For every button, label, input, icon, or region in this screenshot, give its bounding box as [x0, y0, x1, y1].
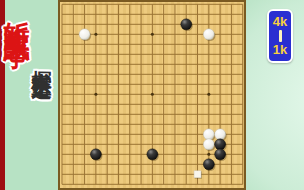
stone-white [203, 139, 214, 150]
stone-black [90, 149, 101, 160]
star-point [207, 93, 210, 96]
go-board [58, 0, 246, 190]
rank-top-label: 4k [273, 15, 287, 29]
star-point [94, 33, 97, 36]
stone-white [203, 129, 214, 140]
stone-white [215, 129, 226, 140]
rank-badge: 4k 1k [267, 9, 293, 63]
title-primary: 斩断实战恶手 [4, 1, 30, 25]
stone-black [147, 149, 158, 160]
star-point [151, 93, 154, 96]
stone-black [181, 19, 192, 30]
star-point [151, 33, 154, 36]
stone-white [203, 29, 214, 40]
rank-separator-bar [279, 30, 282, 42]
square-marker [194, 171, 201, 178]
star-point [207, 153, 210, 156]
stone-black [215, 149, 226, 160]
video-thumbnail[interactable]: 斩断实战恶手 探索棋之正道 4k 1k [0, 0, 304, 190]
star-point [94, 93, 97, 96]
board-grid-svg [60, 2, 244, 188]
title-secondary: 探索棋之正道 [31, 54, 52, 66]
accent-stripe [0, 0, 5, 190]
stone-white [79, 29, 90, 40]
stone-black [203, 159, 214, 170]
rank-bottom-label: 1k [273, 43, 287, 57]
stone-black [215, 139, 226, 150]
